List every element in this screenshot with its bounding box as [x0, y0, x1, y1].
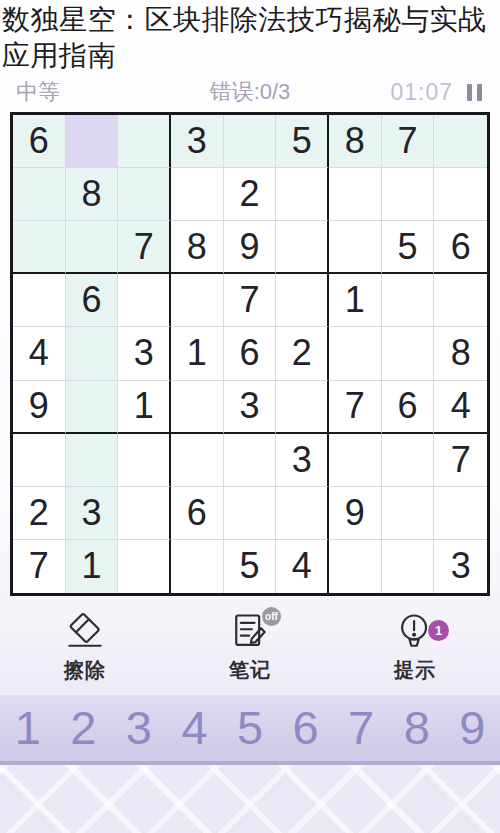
notes-label: 笔记	[229, 657, 271, 684]
page-title: 数独星空：区块排除法技巧揭秘与实战应用指南	[0, 0, 500, 74]
cell-r9c1[interactable]: 7	[13, 540, 66, 593]
cell-r8c3[interactable]	[118, 487, 171, 540]
cell-r9c2[interactable]: 1	[66, 540, 119, 593]
cell-r6c2[interactable]	[66, 381, 119, 434]
cell-r7c9[interactable]: 7	[434, 434, 487, 487]
cell-r9c5[interactable]: 5	[224, 540, 277, 593]
cell-r2c1[interactable]	[13, 168, 66, 221]
cell-r3c7[interactable]	[329, 221, 382, 274]
cell-r4c4[interactable]	[171, 274, 224, 327]
erase-button[interactable]: 擦除	[52, 610, 118, 692]
cell-r1c1[interactable]: 6	[13, 115, 66, 168]
cell-r7c6[interactable]: 3	[276, 434, 329, 487]
cell-r9c3[interactable]	[118, 540, 171, 593]
cell-r8c1[interactable]: 2	[13, 487, 66, 540]
notes-off-badge: off	[262, 607, 281, 626]
notes-icon: off	[228, 610, 272, 654]
number-pad: 123456789	[0, 694, 500, 765]
cell-r4c5[interactable]: 7	[224, 274, 277, 327]
numpad-digit-2[interactable]: 2	[56, 695, 112, 761]
cell-r6c7[interactable]: 7	[329, 381, 382, 434]
cell-r5c6[interactable]: 2	[276, 327, 329, 380]
cell-r2c6[interactable]	[276, 168, 329, 221]
cell-r1c2[interactable]	[66, 115, 119, 168]
hint-button[interactable]: 1 提示	[382, 610, 448, 692]
cell-r5c4[interactable]: 1	[171, 327, 224, 380]
numpad-digit-5[interactable]: 5	[222, 695, 278, 761]
cell-r4c8[interactable]	[382, 274, 435, 327]
cell-r9c7[interactable]	[329, 540, 382, 593]
erase-label: 擦除	[64, 657, 106, 684]
difficulty-label: 中等	[16, 77, 172, 107]
cell-r2c9[interactable]	[434, 168, 487, 221]
cell-r1c9[interactable]	[434, 115, 487, 168]
cell-r5c1[interactable]: 4	[13, 327, 66, 380]
cell-r7c5[interactable]	[224, 434, 277, 487]
eraser-icon	[63, 610, 107, 654]
cell-r1c6[interactable]: 5	[276, 115, 329, 168]
cell-r3c8[interactable]: 5	[382, 221, 435, 274]
cell-r4c7[interactable]: 1	[329, 274, 382, 327]
cell-r3c9[interactable]: 6	[434, 221, 487, 274]
cell-r5c7[interactable]	[329, 327, 382, 380]
hint-count-badge: 1	[428, 620, 449, 641]
cell-r7c3[interactable]	[118, 434, 171, 487]
cell-r6c5[interactable]: 3	[224, 381, 277, 434]
numpad-digit-9[interactable]: 9	[445, 695, 500, 761]
cell-r7c1[interactable]	[13, 434, 66, 487]
cell-r5c8[interactable]	[382, 327, 435, 380]
cell-r8c5[interactable]	[224, 487, 277, 540]
cell-r4c9[interactable]	[434, 274, 487, 327]
cell-r2c8[interactable]	[382, 168, 435, 221]
cell-r9c8[interactable]	[382, 540, 435, 593]
cell-r4c2[interactable]: 6	[66, 274, 119, 327]
toolbar: 擦除 off 笔记	[0, 596, 500, 692]
cell-r2c5[interactable]: 2	[224, 168, 277, 221]
cell-r2c7[interactable]	[329, 168, 382, 221]
numpad-digit-8[interactable]: 8	[389, 695, 445, 761]
cell-r9c6[interactable]: 4	[276, 540, 329, 593]
cell-r8c7[interactable]: 9	[329, 487, 382, 540]
cell-r7c2[interactable]	[66, 434, 119, 487]
cell-r1c4[interactable]: 3	[171, 115, 224, 168]
cell-r4c6[interactable]	[276, 274, 329, 327]
pause-icon	[477, 84, 482, 101]
cell-r2c2[interactable]: 8	[66, 168, 119, 221]
cell-r6c9[interactable]: 4	[434, 381, 487, 434]
sudoku-app: 数独星空：区块排除法技巧揭秘与实战应用指南 中等 错误:0/3 01:07 63…	[0, 0, 500, 833]
upper-panel: 数独星空：区块排除法技巧揭秘与实战应用指南 中等 错误:0/3 01:07 63…	[0, 0, 500, 694]
notes-button[interactable]: off 笔记	[217, 610, 283, 692]
cell-r6c1[interactable]: 9	[13, 381, 66, 434]
cell-r2c3[interactable]	[118, 168, 171, 221]
cell-r9c9[interactable]: 3	[434, 540, 487, 593]
cell-r7c8[interactable]	[382, 434, 435, 487]
cell-r6c6[interactable]	[276, 381, 329, 434]
cell-r6c4[interactable]	[171, 381, 224, 434]
cell-r3c1[interactable]	[13, 221, 66, 274]
cell-r2c4[interactable]	[171, 168, 224, 221]
status-bar: 中等 错误:0/3 01:07	[0, 74, 500, 110]
timer-label: 01:07	[390, 79, 453, 106]
cell-r5c5[interactable]: 6	[224, 327, 277, 380]
hint-label: 提示	[394, 657, 436, 684]
numpad-digit-1[interactable]: 1	[0, 695, 56, 761]
cell-r8c4[interactable]: 6	[171, 487, 224, 540]
cell-r3c6[interactable]	[276, 221, 329, 274]
hint-bulb-icon: 1	[393, 610, 437, 654]
cell-r6c8[interactable]: 6	[382, 381, 435, 434]
cell-r9c4[interactable]	[171, 540, 224, 593]
cell-r8c9[interactable]	[434, 487, 487, 540]
cell-r5c2[interactable]	[66, 327, 119, 380]
numpad-digit-4[interactable]: 4	[167, 695, 223, 761]
mistakes-label: 错误:0/3	[172, 77, 328, 107]
cell-r3c5[interactable]: 9	[224, 221, 277, 274]
cell-r5c9[interactable]: 8	[434, 327, 487, 380]
cell-r4c3[interactable]	[118, 274, 171, 327]
cell-r3c3[interactable]: 7	[118, 221, 171, 274]
pause-button[interactable]	[465, 82, 484, 103]
cell-r5c3[interactable]: 3	[118, 327, 171, 380]
sudoku-board: 63587827895667143162891376437236971543	[10, 112, 490, 596]
cell-r7c7[interactable]	[329, 434, 382, 487]
pause-icon	[467, 84, 472, 101]
cell-r8c8[interactable]	[382, 487, 435, 540]
cell-r1c3[interactable]	[118, 115, 171, 168]
cell-r1c5[interactable]	[224, 115, 277, 168]
cell-r4c1[interactable]	[13, 274, 66, 327]
cell-r6c3[interactable]: 1	[118, 381, 171, 434]
numpad-digit-6[interactable]: 6	[278, 695, 334, 761]
cell-r7c4[interactable]	[171, 434, 224, 487]
cell-r1c7[interactable]: 8	[329, 115, 382, 168]
cell-r8c6[interactable]	[276, 487, 329, 540]
cell-r3c2[interactable]	[66, 221, 119, 274]
cell-r8c2[interactable]: 3	[66, 487, 119, 540]
numpad-digit-3[interactable]: 3	[111, 695, 167, 761]
numpad-digit-7[interactable]: 7	[333, 695, 389, 761]
footer-pattern	[0, 765, 500, 833]
cell-r1c8[interactable]: 7	[382, 115, 435, 168]
cell-r3c4[interactable]: 8	[171, 221, 224, 274]
